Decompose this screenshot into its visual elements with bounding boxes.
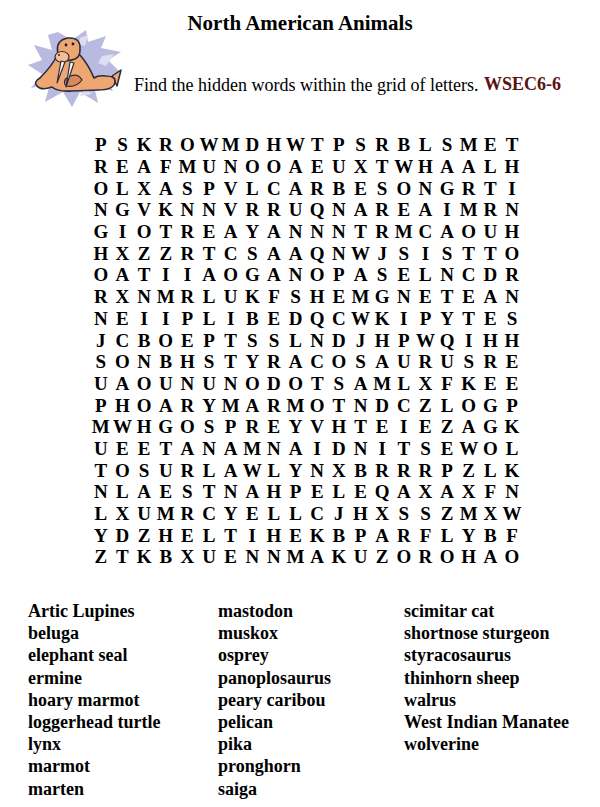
grid-cell[interactable]: N (90, 308, 112, 330)
grid-cell[interactable]: I (306, 438, 328, 460)
grid-cell[interactable]: O (133, 221, 155, 243)
grid-cell[interactable]: T (198, 481, 220, 503)
grid-cell[interactable]: F (436, 373, 458, 395)
grid-cell[interactable]: R (393, 524, 415, 546)
grid-cell[interactable]: I (501, 177, 523, 199)
grid-cell[interactable]: R (501, 264, 523, 286)
grid-cell[interactable]: S (241, 242, 263, 264)
grid-cell[interactable]: O (306, 394, 328, 416)
grid-cell[interactable]: O (177, 416, 199, 438)
grid-cell[interactable]: T (306, 373, 328, 395)
grid-cell[interactable]: T (198, 242, 220, 264)
grid-cell[interactable]: O (177, 134, 199, 156)
grid-cell[interactable]: T (220, 524, 242, 546)
grid-cell[interactable]: E (328, 286, 350, 308)
grid-cell[interactable]: I (415, 242, 437, 264)
grid-cell[interactable]: T (328, 394, 350, 416)
grid-cell[interactable]: O (133, 394, 155, 416)
grid-cell[interactable]: S (371, 177, 393, 199)
grid-cell[interactable]: C (458, 264, 480, 286)
grid-cell[interactable]: L (198, 286, 220, 308)
grid-cell[interactable]: Z (436, 416, 458, 438)
grid-cell[interactable]: L (198, 459, 220, 481)
grid-cell[interactable]: D (263, 373, 285, 395)
grid-cell[interactable]: O (393, 546, 415, 568)
grid-cell[interactable]: J (350, 329, 372, 351)
grid-cell[interactable]: R (415, 546, 437, 568)
grid-cell[interactable]: M (155, 503, 177, 525)
grid-cell[interactable]: O (220, 264, 242, 286)
grid-cell[interactable]: X (480, 503, 502, 525)
grid-cell[interactable]: R (458, 177, 480, 199)
grid-cell[interactable]: O (436, 546, 458, 568)
grid-cell[interactable]: A (112, 264, 134, 286)
grid-cell[interactable]: M (350, 286, 372, 308)
grid-cell[interactable]: E (306, 481, 328, 503)
grid-cell[interactable]: Y (220, 503, 242, 525)
grid-cell[interactable]: M (458, 134, 480, 156)
grid-cell[interactable]: S (458, 351, 480, 373)
grid-cell[interactable]: G (241, 264, 263, 286)
grid-cell[interactable]: C (393, 394, 415, 416)
grid-cell[interactable]: A (241, 394, 263, 416)
grid-cell[interactable]: O (263, 156, 285, 178)
grid-cell[interactable]: O (112, 351, 134, 373)
grid-cell[interactable]: B (480, 524, 502, 546)
grid-cell[interactable]: X (177, 546, 199, 568)
grid-cell[interactable]: E (393, 264, 415, 286)
grid-cell[interactable]: E (415, 416, 437, 438)
grid-cell[interactable]: Q (436, 329, 458, 351)
grid-cell[interactable]: L (263, 459, 285, 481)
grid-cell[interactable]: O (241, 373, 263, 395)
grid-cell[interactable]: B (350, 459, 372, 481)
grid-cell[interactable]: P (90, 134, 112, 156)
grid-cell[interactable]: E (198, 221, 220, 243)
grid-cell[interactable]: X (112, 242, 134, 264)
grid-cell[interactable]: T (112, 546, 134, 568)
grid-cell[interactable]: B (133, 329, 155, 351)
grid-cell[interactable]: K (241, 286, 263, 308)
grid-cell[interactable]: R (371, 199, 393, 221)
grid-cell[interactable]: A (436, 481, 458, 503)
grid-cell[interactable]: X (112, 286, 134, 308)
grid-cell[interactable]: N (285, 221, 307, 243)
grid-cell[interactable]: O (241, 156, 263, 178)
grid-cell[interactable]: M (220, 134, 242, 156)
grid-cell[interactable]: L (480, 156, 502, 178)
grid-cell[interactable]: M (393, 221, 415, 243)
grid-cell[interactable]: G (436, 177, 458, 199)
grid-cell[interactable]: U (155, 459, 177, 481)
grid-cell[interactable]: Y (285, 416, 307, 438)
grid-cell[interactable]: K (328, 546, 350, 568)
grid-cell[interactable]: R (177, 459, 199, 481)
grid-cell[interactable]: L (436, 394, 458, 416)
grid-cell[interactable]: A (393, 481, 415, 503)
grid-cell[interactable]: U (198, 156, 220, 178)
grid-cell[interactable]: N (263, 438, 285, 460)
grid-cell[interactable]: S (393, 242, 415, 264)
grid-cell[interactable]: I (155, 264, 177, 286)
grid-cell[interactable]: C (112, 329, 134, 351)
grid-cell[interactable]: O (328, 351, 350, 373)
grid-cell[interactable]: W (112, 416, 134, 438)
grid-cell[interactable]: U (480, 221, 502, 243)
grid-cell[interactable]: A (133, 156, 155, 178)
grid-cell[interactable]: A (436, 221, 458, 243)
grid-cell[interactable]: G (90, 221, 112, 243)
grid-cell[interactable]: U (90, 373, 112, 395)
grid-cell[interactable]: A (285, 438, 307, 460)
grid-cell[interactable]: R (90, 286, 112, 308)
grid-cell[interactable]: T (133, 264, 155, 286)
grid-cell[interactable]: A (285, 177, 307, 199)
grid-cell[interactable]: E (263, 416, 285, 438)
grid-cell[interactable]: X (371, 503, 393, 525)
grid-cell[interactable]: R (241, 416, 263, 438)
grid-cell[interactable]: J (371, 242, 393, 264)
grid-cell[interactable]: C (306, 351, 328, 373)
grid-cell[interactable]: K (501, 459, 523, 481)
grid-cell[interactable]: P (328, 134, 350, 156)
grid-cell[interactable]: F (501, 524, 523, 546)
grid-cell[interactable]: K (133, 546, 155, 568)
grid-cell[interactable]: G (480, 394, 502, 416)
grid-cell[interactable]: L (285, 503, 307, 525)
grid-cell[interactable]: E (306, 156, 328, 178)
grid-cell[interactable]: E (177, 329, 199, 351)
grid-cell[interactable]: E (350, 481, 372, 503)
grid-cell[interactable]: H (306, 286, 328, 308)
grid-cell[interactable]: A (285, 351, 307, 373)
grid-cell[interactable]: I (220, 308, 242, 330)
grid-cell[interactable]: C (328, 308, 350, 330)
grid-cell[interactable]: E (350, 177, 372, 199)
grid-cell[interactable]: B (155, 351, 177, 373)
grid-cell[interactable]: T (480, 177, 502, 199)
grid-cell[interactable]: S (198, 416, 220, 438)
grid-cell[interactable]: P (415, 308, 437, 330)
grid-cell[interactable]: H (263, 134, 285, 156)
grid-cell[interactable]: O (112, 459, 134, 481)
grid-cell[interactable]: A (371, 524, 393, 546)
grid-cell[interactable]: D (480, 264, 502, 286)
grid-cell[interactable]: A (220, 438, 242, 460)
grid-cell[interactable]: Z (415, 394, 437, 416)
grid-cell[interactable]: S (90, 351, 112, 373)
grid-cell[interactable]: T (220, 329, 242, 351)
grid-cell[interactable]: S (350, 134, 372, 156)
grid-cell[interactable]: T (501, 134, 523, 156)
grid-cell[interactable]: E (501, 351, 523, 373)
grid-cell[interactable]: I (436, 199, 458, 221)
grid-cell[interactable]: M (220, 394, 242, 416)
grid-cell[interactable]: R (393, 459, 415, 481)
grid-cell[interactable]: S (501, 308, 523, 330)
grid-cell[interactable]: E (393, 199, 415, 221)
grid-cell[interactable]: V (220, 177, 242, 199)
grid-cell[interactable]: T (220, 351, 242, 373)
grid-cell[interactable]: Z (155, 242, 177, 264)
grid-cell[interactable]: N (328, 242, 350, 264)
grid-cell[interactable]: N (306, 459, 328, 481)
grid-cell[interactable]: H (112, 394, 134, 416)
grid-cell[interactable]: H (263, 524, 285, 546)
grid-cell[interactable]: D (285, 308, 307, 330)
grid-cell[interactable]: L (241, 177, 263, 199)
grid-cell[interactable]: N (220, 156, 242, 178)
grid-cell[interactable]: O (501, 546, 523, 568)
grid-cell[interactable]: D (371, 394, 393, 416)
grid-cell[interactable]: H (263, 481, 285, 503)
grid-cell[interactable]: N (350, 438, 372, 460)
grid-cell[interactable]: U (285, 199, 307, 221)
grid-cell[interactable]: E (112, 438, 134, 460)
grid-cell[interactable]: X (415, 373, 437, 395)
grid-cell[interactable]: S (371, 264, 393, 286)
grid-cell[interactable]: P (393, 329, 415, 351)
grid-cell[interactable]: R (371, 221, 393, 243)
grid-cell[interactable]: O (458, 221, 480, 243)
grid-cell[interactable]: R (177, 394, 199, 416)
grid-cell[interactable]: P (198, 329, 220, 351)
grid-cell[interactable]: M (90, 416, 112, 438)
grid-cell[interactable]: X (458, 481, 480, 503)
grid-cell[interactable]: W (198, 134, 220, 156)
grid-cell[interactable]: I (371, 438, 393, 460)
grid-cell[interactable]: S (198, 351, 220, 373)
grid-cell[interactable]: A (220, 221, 242, 243)
grid-cell[interactable]: E (480, 373, 502, 395)
grid-cell[interactable]: T (393, 438, 415, 460)
grid-cell[interactable]: L (198, 308, 220, 330)
grid-cell[interactable]: U (393, 351, 415, 373)
grid-cell[interactable]: A (458, 156, 480, 178)
grid-cell[interactable]: S (112, 134, 134, 156)
grid-cell[interactable]: L (112, 481, 134, 503)
grid-cell[interactable]: I (112, 221, 134, 243)
grid-cell[interactable]: I (241, 524, 263, 546)
grid-cell[interactable]: W (285, 134, 307, 156)
grid-cell[interactable]: R (263, 199, 285, 221)
grid-cell[interactable]: U (328, 156, 350, 178)
grid-cell[interactable]: P (198, 177, 220, 199)
grid-cell[interactable]: N (177, 373, 199, 395)
grid-cell[interactable]: N (177, 199, 199, 221)
grid-cell[interactable]: M (371, 373, 393, 395)
grid-cell[interactable]: X (112, 503, 134, 525)
grid-cell[interactable]: Q (306, 199, 328, 221)
grid-cell[interactable]: Z (458, 459, 480, 481)
grid-cell[interactable]: R (480, 351, 502, 373)
grid-cell[interactable]: O (155, 329, 177, 351)
grid-cell[interactable]: J (90, 329, 112, 351)
grid-cell[interactable]: H (177, 351, 199, 373)
grid-cell[interactable]: K (155, 199, 177, 221)
grid-cell[interactable]: Y (285, 459, 307, 481)
grid-cell[interactable]: S (350, 351, 372, 373)
grid-cell[interactable]: K (371, 308, 393, 330)
grid-cell[interactable]: Z (133, 242, 155, 264)
grid-cell[interactable]: T (480, 242, 502, 264)
grid-cell[interactable]: C (415, 221, 437, 243)
grid-cell[interactable]: H (458, 546, 480, 568)
grid-cell[interactable]: A (198, 264, 220, 286)
grid-cell[interactable]: R (177, 242, 199, 264)
grid-cell[interactable]: N (133, 286, 155, 308)
grid-cell[interactable]: R (371, 134, 393, 156)
grid-cell[interactable]: A (133, 481, 155, 503)
grid-cell[interactable]: Z (133, 524, 155, 546)
grid-cell[interactable]: R (263, 351, 285, 373)
grid-cell[interactable]: Z (90, 546, 112, 568)
grid-cell[interactable]: E (458, 286, 480, 308)
grid-cell[interactable]: G (371, 286, 393, 308)
grid-cell[interactable]: A (306, 546, 328, 568)
grid-cell[interactable]: B (155, 546, 177, 568)
grid-cell[interactable]: A (350, 264, 372, 286)
grid-cell[interactable]: T (155, 438, 177, 460)
grid-cell[interactable]: O (458, 394, 480, 416)
grid-cell[interactable]: N (306, 329, 328, 351)
grid-cell[interactable]: K (133, 134, 155, 156)
grid-cell[interactable]: A (263, 221, 285, 243)
grid-cell[interactable]: N (220, 373, 242, 395)
grid-cell[interactable]: W (415, 329, 437, 351)
grid-cell[interactable]: A (415, 199, 437, 221)
grid-cell[interactable]: T (90, 459, 112, 481)
grid-cell[interactable]: N (90, 481, 112, 503)
grid-cell[interactable]: H (133, 416, 155, 438)
grid-cell[interactable]: K (458, 373, 480, 395)
grid-cell[interactable]: P (220, 416, 242, 438)
grid-cell[interactable]: R (155, 134, 177, 156)
grid-cell[interactable]: N (501, 199, 523, 221)
grid-cell[interactable]: E (501, 373, 523, 395)
grid-cell[interactable]: O (90, 264, 112, 286)
grid-cell[interactable]: E (371, 416, 393, 438)
grid-cell[interactable]: R (241, 199, 263, 221)
grid-cell[interactable]: E (220, 546, 242, 568)
grid-cell[interactable]: T (458, 242, 480, 264)
grid-cell[interactable]: H (371, 329, 393, 351)
grid-cell[interactable]: S (133, 459, 155, 481)
grid-cell[interactable]: S (328, 373, 350, 395)
grid-cell[interactable]: A (436, 156, 458, 178)
grid-cell[interactable]: C (220, 242, 242, 264)
grid-cell[interactable]: T (458, 308, 480, 330)
grid-cell[interactable]: F (415, 524, 437, 546)
grid-cell[interactable]: Y (458, 524, 480, 546)
grid-cell[interactable]: A (285, 242, 307, 264)
grid-cell[interactable]: M (285, 546, 307, 568)
grid-cell[interactable]: M (285, 394, 307, 416)
grid-cell[interactable]: U (198, 546, 220, 568)
grid-cell[interactable]: T (436, 286, 458, 308)
grid-cell[interactable]: H (415, 156, 437, 178)
grid-cell[interactable]: Y (241, 351, 263, 373)
grid-cell[interactable]: E (133, 438, 155, 460)
grid-cell[interactable]: Q (306, 242, 328, 264)
grid-cell[interactable]: A (177, 438, 199, 460)
grid-cell[interactable]: N (220, 481, 242, 503)
grid-cell[interactable]: X (415, 481, 437, 503)
grid-cell[interactable]: A (371, 351, 393, 373)
grid-cell[interactable]: S (436, 242, 458, 264)
grid-cell[interactable]: L (415, 134, 437, 156)
grid-cell[interactable]: L (198, 524, 220, 546)
grid-cell[interactable]: W (501, 503, 523, 525)
grid-cell[interactable]: N (133, 351, 155, 373)
grid-cell[interactable]: L (415, 264, 437, 286)
grid-cell[interactable]: E (177, 524, 199, 546)
grid-cell[interactable]: R (415, 459, 437, 481)
grid-cell[interactable]: H (90, 242, 112, 264)
grid-cell[interactable]: V (220, 199, 242, 221)
grid-cell[interactable]: N (501, 286, 523, 308)
grid-cell[interactable]: C (198, 503, 220, 525)
grid-cell[interactable]: C (306, 503, 328, 525)
grid-cell[interactable]: E (155, 481, 177, 503)
grid-cell[interactable]: E (285, 524, 307, 546)
grid-cell[interactable]: E (480, 134, 502, 156)
grid-cell[interactable]: G (112, 199, 134, 221)
grid-cell[interactable]: P (501, 394, 523, 416)
grid-cell[interactable]: T (350, 416, 372, 438)
grid-cell[interactable]: N (198, 199, 220, 221)
grid-cell[interactable]: N (90, 199, 112, 221)
grid-cell[interactable]: E (415, 286, 437, 308)
grid-cell[interactable]: H (350, 503, 372, 525)
grid-cell[interactable]: I (393, 416, 415, 438)
grid-cell[interactable]: S (415, 438, 437, 460)
grid-cell[interactable]: L (112, 177, 134, 199)
grid-cell[interactable]: N (328, 221, 350, 243)
grid-cell[interactable]: F (263, 286, 285, 308)
grid-cell[interactable]: L (263, 503, 285, 525)
grid-cell[interactable]: X (350, 156, 372, 178)
grid-cell[interactable]: W (393, 156, 415, 178)
grid-cell[interactable]: P (328, 264, 350, 286)
grid-cell[interactable]: F (155, 156, 177, 178)
grid-cell[interactable]: U (436, 351, 458, 373)
grid-cell[interactable]: I (393, 308, 415, 330)
grid-cell[interactable]: I (458, 329, 480, 351)
grid-cell[interactable]: A (263, 264, 285, 286)
grid-cell[interactable]: A (220, 459, 242, 481)
grid-cell[interactable]: L (328, 481, 350, 503)
grid-cell[interactable]: V (306, 416, 328, 438)
grid-cell[interactable]: O (480, 438, 502, 460)
grid-cell[interactable]: M (155, 286, 177, 308)
grid-cell[interactable]: O (393, 177, 415, 199)
grid-cell[interactable]: R (415, 351, 437, 373)
grid-cell[interactable]: E (241, 503, 263, 525)
grid-cell[interactable]: S (285, 286, 307, 308)
grid-cell[interactable]: A (263, 242, 285, 264)
grid-cell[interactable]: P (436, 459, 458, 481)
grid-cell[interactable]: O (133, 373, 155, 395)
grid-cell[interactable]: L (436, 524, 458, 546)
grid-cell[interactable]: S (177, 481, 199, 503)
grid-cell[interactable]: H (501, 329, 523, 351)
grid-cell[interactable]: R (371, 459, 393, 481)
grid-cell[interactable]: R (177, 503, 199, 525)
grid-cell[interactable]: D (328, 438, 350, 460)
grid-cell[interactable]: P (177, 308, 199, 330)
grid-cell[interactable]: U (350, 546, 372, 568)
